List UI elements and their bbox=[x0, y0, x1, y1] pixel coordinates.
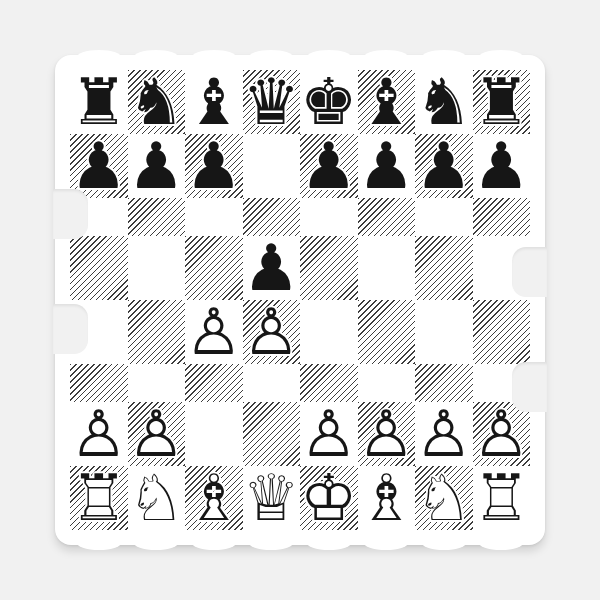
square-e8: ♚ bbox=[300, 70, 358, 134]
piece-black-queen: ♛ bbox=[243, 70, 300, 134]
square-a8: ♜ bbox=[70, 70, 128, 134]
square-f7: ♟ bbox=[358, 134, 416, 198]
square-a5 bbox=[70, 236, 128, 300]
piece-black-pawn: ♟ bbox=[473, 134, 530, 198]
sticker-scallop bbox=[133, 534, 179, 550]
sticker-scallop bbox=[363, 534, 409, 550]
piece-white-pawn: ♟♙ bbox=[473, 402, 530, 466]
piece-black-rook: ♜ bbox=[70, 70, 127, 134]
piece-black-bishop: ♝ bbox=[358, 70, 415, 134]
square-g5 bbox=[415, 236, 473, 300]
square-g8: ♞ bbox=[415, 70, 473, 134]
sticker-scallop bbox=[191, 50, 237, 66]
piece-white-knight: ♞♘ bbox=[415, 466, 472, 530]
piece-white-pawn: ♟♙ bbox=[70, 402, 127, 466]
die-cut-notch-h3 bbox=[512, 362, 547, 412]
sticker-scallop bbox=[248, 534, 294, 550]
piece-white-pawn: ♟♙ bbox=[358, 402, 415, 466]
sticker-scallop bbox=[421, 50, 467, 66]
piece-black-knight: ♞ bbox=[128, 70, 185, 134]
piece-black-pawn: ♟ bbox=[415, 134, 472, 198]
square-d8: ♛ bbox=[243, 70, 301, 134]
square-b7: ♟ bbox=[128, 134, 186, 198]
piece-white-bishop: ♝♗ bbox=[358, 466, 415, 530]
sticker-scallop bbox=[478, 50, 524, 66]
sticker-scallop bbox=[363, 50, 409, 66]
sticker-scallop bbox=[248, 50, 294, 66]
square-g2: ♟♙ bbox=[415, 402, 473, 466]
piece-black-knight: ♞ bbox=[415, 70, 472, 134]
piece-black-king: ♚ bbox=[300, 70, 357, 134]
sticker-scallop bbox=[306, 534, 352, 550]
sticker-scallop bbox=[76, 50, 122, 66]
piece-white-king: ♚♔ bbox=[300, 466, 357, 530]
square-h8: ♜ bbox=[473, 70, 531, 134]
piece-black-pawn: ♟ bbox=[300, 134, 357, 198]
square-e1: ♚♔ bbox=[300, 466, 358, 530]
square-a2: ♟♙ bbox=[70, 402, 128, 466]
square-b6 bbox=[128, 198, 186, 236]
square-f5 bbox=[358, 236, 416, 300]
piece-black-pawn: ♟ bbox=[185, 134, 242, 198]
square-b2: ♟♙ bbox=[128, 402, 186, 466]
square-d7 bbox=[243, 134, 301, 198]
square-c6 bbox=[185, 198, 243, 236]
sticker-scallop bbox=[76, 534, 122, 550]
piece-white-rook: ♜♖ bbox=[70, 466, 127, 530]
piece-black-rook: ♜ bbox=[473, 70, 530, 134]
piece-white-pawn: ♟♙ bbox=[243, 300, 300, 364]
piece-white-bishop: ♝♗ bbox=[185, 466, 242, 530]
chess-sticker: ♜♞♝♛♚♝♞♜♟♟♟♟♟♟♟♟♟♙♟♙♟♙♟♙♟♙♟♙♟♙♟♙♜♖♞♘♝♗♛♕… bbox=[55, 55, 545, 545]
square-e2: ♟♙ bbox=[300, 402, 358, 466]
square-c7: ♟ bbox=[185, 134, 243, 198]
die-cut-notch-h5 bbox=[512, 247, 547, 297]
page-background: ♜♞♝♛♚♝♞♜♟♟♟♟♟♟♟♟♟♙♟♙♟♙♟♙♟♙♟♙♟♙♟♙♜♖♞♘♝♗♛♕… bbox=[0, 0, 600, 600]
square-g6 bbox=[415, 198, 473, 236]
square-b5 bbox=[128, 236, 186, 300]
square-f6 bbox=[358, 198, 416, 236]
square-d5: ♟ bbox=[243, 236, 301, 300]
square-b4 bbox=[128, 300, 186, 364]
square-c8: ♝ bbox=[185, 70, 243, 134]
sticker-scallop bbox=[306, 50, 352, 66]
piece-black-pawn: ♟ bbox=[70, 134, 127, 198]
piece-white-pawn: ♟♙ bbox=[185, 300, 242, 364]
square-f4 bbox=[358, 300, 416, 364]
square-e6 bbox=[300, 198, 358, 236]
die-cut-notch-a4 bbox=[53, 304, 88, 354]
square-f1: ♝♗ bbox=[358, 466, 416, 530]
square-c2 bbox=[185, 402, 243, 466]
square-c3 bbox=[185, 364, 243, 402]
square-d1: ♛♕ bbox=[243, 466, 301, 530]
square-a7: ♟ bbox=[70, 134, 128, 198]
square-h4 bbox=[473, 300, 531, 364]
square-a1: ♜♖ bbox=[70, 466, 128, 530]
square-d4: ♟♙ bbox=[243, 300, 301, 364]
square-b8: ♞ bbox=[128, 70, 186, 134]
square-e5 bbox=[300, 236, 358, 300]
piece-black-pawn: ♟ bbox=[128, 134, 185, 198]
square-h1: ♜♖ bbox=[473, 466, 531, 530]
square-c4: ♟♙ bbox=[185, 300, 243, 364]
square-h7: ♟ bbox=[473, 134, 531, 198]
square-e7: ♟ bbox=[300, 134, 358, 198]
square-c5 bbox=[185, 236, 243, 300]
square-h6 bbox=[473, 198, 531, 236]
sticker-scallop bbox=[133, 50, 179, 66]
piece-white-knight: ♞♘ bbox=[128, 466, 185, 530]
square-d3 bbox=[243, 364, 301, 402]
die-cut-notch-a6 bbox=[53, 189, 88, 239]
piece-white-pawn: ♟♙ bbox=[300, 402, 357, 466]
sticker-scallop bbox=[421, 534, 467, 550]
square-d2 bbox=[243, 402, 301, 466]
piece-white-rook: ♜♖ bbox=[473, 466, 530, 530]
square-g4 bbox=[415, 300, 473, 364]
piece-black-bishop: ♝ bbox=[185, 70, 242, 134]
sticker-scallop bbox=[478, 534, 524, 550]
piece-white-pawn: ♟♙ bbox=[415, 402, 472, 466]
square-f2: ♟♙ bbox=[358, 402, 416, 466]
square-e4 bbox=[300, 300, 358, 364]
square-f8: ♝ bbox=[358, 70, 416, 134]
piece-white-queen: ♛♕ bbox=[243, 466, 300, 530]
square-g7: ♟ bbox=[415, 134, 473, 198]
piece-black-pawn: ♟ bbox=[243, 236, 300, 300]
sticker-scallop bbox=[191, 534, 237, 550]
square-c1: ♝♗ bbox=[185, 466, 243, 530]
chess-board: ♜♞♝♛♚♝♞♜♟♟♟♟♟♟♟♟♟♙♟♙♟♙♟♙♟♙♟♙♟♙♟♙♜♖♞♘♝♗♛♕… bbox=[70, 70, 530, 530]
piece-black-pawn: ♟ bbox=[358, 134, 415, 198]
square-b1: ♞♘ bbox=[128, 466, 186, 530]
piece-white-pawn: ♟♙ bbox=[128, 402, 185, 466]
square-g1: ♞♘ bbox=[415, 466, 473, 530]
square-h2: ♟♙ bbox=[473, 402, 531, 466]
